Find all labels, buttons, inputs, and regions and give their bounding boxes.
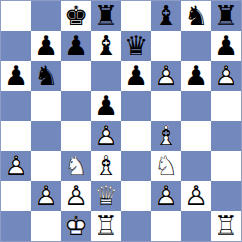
square-g1[interactable] [181,211,211,241]
square-b2[interactable]: ♟♙ [31,181,61,211]
square-d2[interactable]: ♛♕ [91,181,121,211]
square-b6[interactable]: ♞ [31,61,61,91]
square-e3[interactable] [121,151,151,181]
square-h8[interactable]: ♜ [211,1,241,31]
square-g5[interactable] [181,91,211,121]
square-f2[interactable]: ♟♙ [151,181,181,211]
square-a3[interactable]: ♟♙ [1,151,31,181]
square-g2[interactable]: ♟♙ [181,181,211,211]
piece-white-pawn[interactable]: ♟♙ [181,181,211,211]
square-c1[interactable]: ♚♔ [61,211,91,241]
square-c2[interactable]: ♟♙ [61,181,91,211]
square-h2[interactable] [211,181,241,211]
piece-white-bishop[interactable]: ♝♗ [151,121,181,151]
square-g4[interactable] [181,121,211,151]
square-c4[interactable] [61,121,91,151]
square-g3[interactable] [181,151,211,181]
piece-white-queen[interactable]: ♛♕ [91,181,121,211]
square-h3[interactable] [211,151,241,181]
piece-white-bishop[interactable]: ♝♗ [91,151,121,181]
piece-black-bishop[interactable]: ♝ [151,1,181,31]
square-h4[interactable] [211,121,241,151]
piece-black-pawn[interactable]: ♟ [181,61,211,91]
piece-black-knight[interactable]: ♞ [181,1,211,31]
square-c7[interactable]: ♟ [61,31,91,61]
piece-white-king[interactable]: ♚♔ [61,211,91,241]
square-h5[interactable] [211,91,241,121]
square-d8[interactable]: ♜ [91,1,121,31]
square-c3[interactable]: ♞♘ [61,151,91,181]
piece-white-pawn[interactable]: ♟♙ [91,121,121,151]
piece-black-rook[interactable]: ♜ [211,1,241,31]
square-a7[interactable] [1,31,31,61]
piece-black-pawn[interactable]: ♟ [91,91,121,121]
piece-black-pawn[interactable]: ♟ [31,31,61,61]
piece-black-knight[interactable]: ♞ [31,61,61,91]
square-b4[interactable] [31,121,61,151]
square-b8[interactable] [31,1,61,31]
piece-black-pawn[interactable]: ♟ [1,61,31,91]
square-a2[interactable] [1,181,31,211]
square-e6[interactable]: ♟ [121,61,151,91]
piece-white-rook[interactable]: ♜♖ [91,211,121,241]
square-f4[interactable]: ♝♗ [151,121,181,151]
piece-black-pawn[interactable]: ♟ [61,31,91,61]
piece-white-rook[interactable]: ♜♖ [211,211,241,241]
piece-white-pawn[interactable]: ♟♙ [211,61,241,91]
square-h6[interactable]: ♟♙ [211,61,241,91]
square-h1[interactable]: ♜♖ [211,211,241,241]
square-f5[interactable] [151,91,181,121]
square-d7[interactable]: ♝ [91,31,121,61]
piece-black-king[interactable]: ♚ [61,1,91,31]
square-a4[interactable] [1,121,31,151]
square-g6[interactable]: ♟ [181,61,211,91]
square-c6[interactable] [61,61,91,91]
square-b1[interactable] [31,211,61,241]
square-b5[interactable] [31,91,61,121]
square-b3[interactable] [31,151,61,181]
piece-black-pawn[interactable]: ♟ [121,61,151,91]
square-e7[interactable]: ♛ [121,31,151,61]
square-b7[interactable]: ♟ [31,31,61,61]
square-e5[interactable] [121,91,151,121]
square-d3[interactable]: ♝♗ [91,151,121,181]
square-d1[interactable]: ♜♖ [91,211,121,241]
piece-white-pawn[interactable]: ♟♙ [31,181,61,211]
square-h7[interactable]: ♟ [211,31,241,61]
piece-black-bishop[interactable]: ♝ [91,31,121,61]
piece-white-knight[interactable]: ♞♘ [151,151,181,181]
piece-black-queen[interactable]: ♛ [121,31,151,61]
square-f1[interactable] [151,211,181,241]
square-a6[interactable]: ♟ [1,61,31,91]
piece-white-pawn[interactable]: ♟♙ [61,181,91,211]
square-e1[interactable] [121,211,151,241]
square-g8[interactable]: ♞ [181,1,211,31]
piece-black-pawn[interactable]: ♟ [211,31,241,61]
square-c5[interactable] [61,91,91,121]
piece-white-pawn[interactable]: ♟♙ [151,61,181,91]
piece-black-rook[interactable]: ♜ [91,1,121,31]
square-e8[interactable] [121,1,151,31]
square-f6[interactable]: ♟♙ [151,61,181,91]
square-d4[interactable]: ♟♙ [91,121,121,151]
square-e2[interactable] [121,181,151,211]
piece-white-knight[interactable]: ♞♘ [61,151,91,181]
square-a8[interactable] [1,1,31,31]
square-g7[interactable] [181,31,211,61]
square-f8[interactable]: ♝ [151,1,181,31]
square-f3[interactable]: ♞♘ [151,151,181,181]
square-a1[interactable] [1,211,31,241]
piece-white-pawn[interactable]: ♟♙ [1,151,31,181]
piece-white-pawn[interactable]: ♟♙ [151,181,181,211]
square-f7[interactable] [151,31,181,61]
square-d5[interactable]: ♟ [91,91,121,121]
square-d6[interactable] [91,61,121,91]
square-a5[interactable] [1,91,31,121]
square-e4[interactable] [121,121,151,151]
square-c8[interactable]: ♚ [61,1,91,31]
chess-board: ♚♜♝♞♜♟♟♝♛♟♟♞♟♟♙♟♟♙♟♟♙♝♗♟♙♞♘♝♗♞♘♟♙♟♙♛♕♟♙♟… [0,0,242,242]
